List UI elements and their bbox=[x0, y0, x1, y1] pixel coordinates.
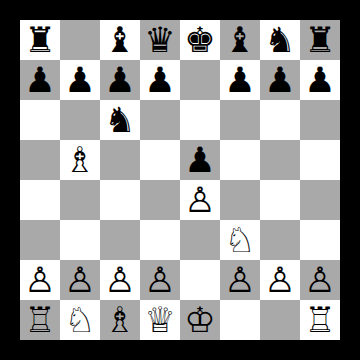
square-f3[interactable]: ♘ bbox=[220, 220, 260, 260]
chess-app-screen: ♜♝♛♚♝♞♜♟♟♟♟♟♟♟♞♗♟♙♘♙♙♙♙♙♙♙♖♘♗♕♔♖ bbox=[0, 0, 360, 360]
square-d6[interactable] bbox=[140, 100, 180, 140]
square-g2[interactable]: ♙ bbox=[260, 260, 300, 300]
piece-black-pawn[interactable]: ♟ bbox=[104, 60, 135, 100]
square-h1[interactable]: ♖ bbox=[300, 300, 340, 340]
square-e5[interactable]: ♟ bbox=[180, 140, 220, 180]
square-h2[interactable]: ♙ bbox=[300, 260, 340, 300]
piece-black-pawn[interactable]: ♟ bbox=[304, 60, 335, 100]
piece-white-pawn[interactable]: ♙ bbox=[264, 260, 295, 300]
square-b8[interactable] bbox=[60, 20, 100, 60]
square-c8[interactable]: ♝ bbox=[100, 20, 140, 60]
square-b3[interactable] bbox=[60, 220, 100, 260]
piece-black-knight[interactable]: ♞ bbox=[104, 100, 135, 140]
square-c3[interactable] bbox=[100, 220, 140, 260]
piece-white-pawn[interactable]: ♙ bbox=[64, 260, 95, 300]
square-f6[interactable] bbox=[220, 100, 260, 140]
square-h8[interactable]: ♜ bbox=[300, 20, 340, 60]
piece-white-rook[interactable]: ♖ bbox=[304, 300, 335, 340]
square-c4[interactable] bbox=[100, 180, 140, 220]
piece-black-king[interactable]: ♚ bbox=[184, 20, 215, 60]
square-h3[interactable] bbox=[300, 220, 340, 260]
square-d1[interactable]: ♕ bbox=[140, 300, 180, 340]
square-f4[interactable] bbox=[220, 180, 260, 220]
piece-black-pawn[interactable]: ♟ bbox=[264, 60, 295, 100]
square-a2[interactable]: ♙ bbox=[20, 260, 60, 300]
piece-white-pawn[interactable]: ♙ bbox=[304, 260, 335, 300]
square-c6[interactable]: ♞ bbox=[100, 100, 140, 140]
square-a6[interactable] bbox=[20, 100, 60, 140]
piece-white-rook[interactable]: ♖ bbox=[24, 300, 55, 340]
square-a5[interactable] bbox=[20, 140, 60, 180]
square-g3[interactable] bbox=[260, 220, 300, 260]
square-b2[interactable]: ♙ bbox=[60, 260, 100, 300]
square-f1[interactable] bbox=[220, 300, 260, 340]
piece-black-pawn[interactable]: ♟ bbox=[24, 60, 55, 100]
piece-white-bishop[interactable]: ♗ bbox=[104, 300, 135, 340]
square-a3[interactable] bbox=[20, 220, 60, 260]
piece-black-rook[interactable]: ♜ bbox=[304, 20, 335, 60]
square-a4[interactable] bbox=[20, 180, 60, 220]
square-g1[interactable] bbox=[260, 300, 300, 340]
square-g6[interactable] bbox=[260, 100, 300, 140]
square-h6[interactable] bbox=[300, 100, 340, 140]
piece-white-pawn[interactable]: ♙ bbox=[184, 180, 215, 220]
square-g8[interactable]: ♞ bbox=[260, 20, 300, 60]
square-h4[interactable] bbox=[300, 180, 340, 220]
square-d2[interactable]: ♙ bbox=[140, 260, 180, 300]
piece-white-knight[interactable]: ♘ bbox=[64, 300, 95, 340]
piece-black-bishop[interactable]: ♝ bbox=[224, 20, 255, 60]
square-e1[interactable]: ♔ bbox=[180, 300, 220, 340]
piece-white-pawn[interactable]: ♙ bbox=[224, 260, 255, 300]
square-e4[interactable]: ♙ bbox=[180, 180, 220, 220]
piece-white-pawn[interactable]: ♙ bbox=[104, 260, 135, 300]
square-c2[interactable]: ♙ bbox=[100, 260, 140, 300]
square-b4[interactable] bbox=[60, 180, 100, 220]
piece-black-pawn[interactable]: ♟ bbox=[224, 60, 255, 100]
piece-white-pawn[interactable]: ♙ bbox=[144, 260, 175, 300]
square-c7[interactable]: ♟ bbox=[100, 60, 140, 100]
square-h7[interactable]: ♟ bbox=[300, 60, 340, 100]
square-a7[interactable]: ♟ bbox=[20, 60, 60, 100]
square-d8[interactable]: ♛ bbox=[140, 20, 180, 60]
square-c5[interactable] bbox=[100, 140, 140, 180]
square-d3[interactable] bbox=[140, 220, 180, 260]
square-b6[interactable] bbox=[60, 100, 100, 140]
square-b5[interactable]: ♗ bbox=[60, 140, 100, 180]
piece-white-king[interactable]: ♔ bbox=[184, 300, 215, 340]
piece-black-pawn[interactable]: ♟ bbox=[184, 140, 215, 180]
square-d5[interactable] bbox=[140, 140, 180, 180]
square-d7[interactable]: ♟ bbox=[140, 60, 180, 100]
square-g4[interactable] bbox=[260, 180, 300, 220]
square-a8[interactable]: ♜ bbox=[20, 20, 60, 60]
square-h5[interactable] bbox=[300, 140, 340, 180]
square-f8[interactable]: ♝ bbox=[220, 20, 260, 60]
piece-black-pawn[interactable]: ♟ bbox=[64, 60, 95, 100]
chess-board: ♜♝♛♚♝♞♜♟♟♟♟♟♟♟♞♗♟♙♘♙♙♙♙♙♙♙♖♘♗♕♔♖ bbox=[20, 20, 340, 340]
square-f2[interactable]: ♙ bbox=[220, 260, 260, 300]
square-e8[interactable]: ♚ bbox=[180, 20, 220, 60]
square-g5[interactable] bbox=[260, 140, 300, 180]
piece-black-pawn[interactable]: ♟ bbox=[144, 60, 175, 100]
square-b7[interactable]: ♟ bbox=[60, 60, 100, 100]
square-e7[interactable] bbox=[180, 60, 220, 100]
square-g7[interactable]: ♟ bbox=[260, 60, 300, 100]
square-d4[interactable] bbox=[140, 180, 180, 220]
piece-black-knight[interactable]: ♞ bbox=[264, 20, 295, 60]
piece-white-pawn[interactable]: ♙ bbox=[24, 260, 55, 300]
square-e3[interactable] bbox=[180, 220, 220, 260]
square-e2[interactable] bbox=[180, 260, 220, 300]
square-f5[interactable] bbox=[220, 140, 260, 180]
piece-black-queen[interactable]: ♛ bbox=[144, 20, 175, 60]
piece-black-bishop[interactable]: ♝ bbox=[104, 20, 135, 60]
square-f7[interactable]: ♟ bbox=[220, 60, 260, 100]
piece-black-rook[interactable]: ♜ bbox=[24, 20, 55, 60]
square-b1[interactable]: ♘ bbox=[60, 300, 100, 340]
square-a1[interactable]: ♖ bbox=[20, 300, 60, 340]
piece-white-queen[interactable]: ♕ bbox=[144, 300, 175, 340]
piece-white-knight[interactable]: ♘ bbox=[224, 220, 255, 260]
piece-white-bishop[interactable]: ♗ bbox=[64, 140, 95, 180]
square-e6[interactable] bbox=[180, 100, 220, 140]
square-c1[interactable]: ♗ bbox=[100, 300, 140, 340]
